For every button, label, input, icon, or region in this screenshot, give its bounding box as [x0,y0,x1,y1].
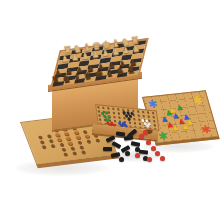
ludo-corner-star-icon: ✱ [200,124,212,136]
chinese-checkers-peg [122,122,125,125]
ludo-pawn: ▲ [186,119,193,126]
ludo-corner-star-icon: ✱ [147,99,159,111]
chinese-checkers-peg [146,124,149,127]
ludo-pawn: ▲ [169,107,176,114]
solitaire-hole [63,152,68,156]
ludo-pawn: ▲ [166,121,173,128]
solitaire-hole [72,151,77,155]
ludo-pawn: ▲ [172,112,179,119]
ludo-pawn: ▲ [165,109,172,116]
domino-tile [131,141,141,147]
product-photo-wooden-games-compendium: ♜♞♝♛♚♝♞♜ ♟♟♟♟♟♟♟♟ ♟♟♟♟♟♟♟♟ ♜♞♝♛♚♝♞♜ ✱✱✱✱… [0,0,220,220]
solitaire-hole [81,150,86,154]
solitaire-cell [96,147,107,153]
ludo-corner-star-icon: ✱ [157,131,169,143]
ludo-pawn: ▲ [178,118,185,125]
ludo-pawn: ▲ [161,116,168,123]
chess-square [127,70,139,76]
ludo-pawn: ▲ [172,125,179,132]
ludo-pawn: ▲ [176,104,183,111]
drawer-pull-notch-icon [145,130,152,135]
chinese-checkers-peg [105,111,108,114]
ludo-pawn: ▲ [183,113,190,120]
ludo-pawn: ▲ [182,123,189,130]
ludo-corner-star-icon: ✱ [192,95,204,107]
chinese-checkers-peg [127,117,130,120]
